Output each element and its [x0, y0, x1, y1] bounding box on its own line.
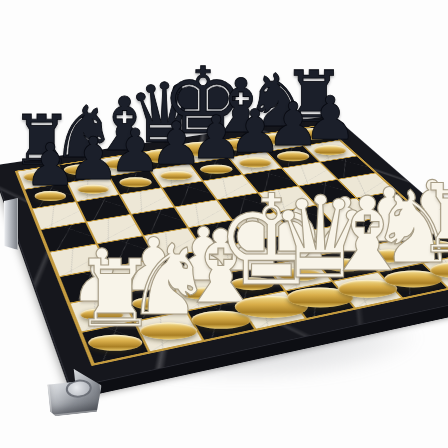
- product-photo-stage: ♜♞♝♛♚♝♞♜♟♟♟♟♟♟♟♟♟♟♟♟♟♟♟♟♜♞♝♚♛♝♞♜: [0, 0, 448, 448]
- rook-glyph: ♜: [415, 171, 448, 269]
- pawn-glyph: ♟: [303, 89, 357, 150]
- piece-black-pawn: ♟: [303, 89, 357, 156]
- pieces-layer: ♜♞♝♛♚♝♞♜♟♟♟♟♟♟♟♟♟♟♟♟♟♟♟♟♜♞♝♚♛♝♞♜: [0, 0, 448, 448]
- piece-white-rook: ♜: [415, 171, 448, 278]
